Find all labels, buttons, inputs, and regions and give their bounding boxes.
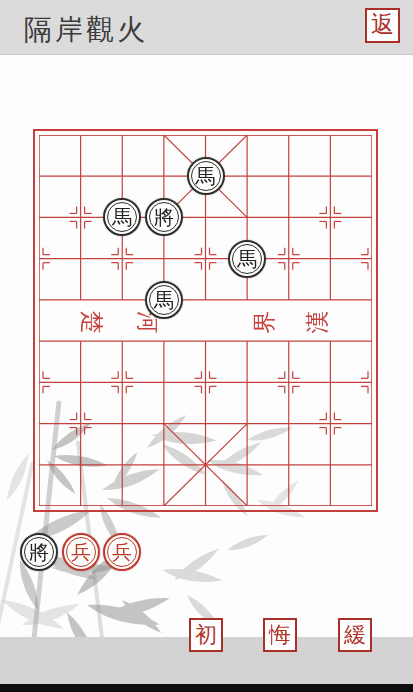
piece-label: 馬 — [196, 166, 216, 186]
board-piece-馬[interactable]: 馬 — [145, 281, 183, 319]
piece-label: 將 — [29, 542, 49, 562]
tray-piece-兵[interactable]: 兵 — [62, 533, 100, 571]
undo-button[interactable]: 悔 — [263, 618, 297, 652]
piece-label: 馬 — [112, 207, 132, 227]
board-piece-馬[interactable]: 馬 — [187, 157, 225, 195]
xiangqi-board[interactable]: 楚 河 界 漢 馬馬將馬馬 — [33, 129, 378, 512]
ease-button[interactable]: 緩 — [338, 618, 372, 652]
tray-piece-兵[interactable]: 兵 — [103, 533, 141, 571]
board-piece-馬[interactable]: 馬 — [228, 240, 266, 278]
bottom-black-bar — [0, 684, 413, 692]
back-button[interactable]: 返 — [365, 8, 400, 43]
piece-label: 馬 — [237, 249, 257, 269]
tray-piece-將[interactable]: 將 — [20, 533, 58, 571]
header: 隔岸觀火 返 — [0, 0, 413, 55]
page-title: 隔岸觀火 — [24, 11, 148, 49]
app-root: 楚 河 界 漢 馬馬將馬馬 隔岸觀火 返 初 悔 緩 將兵兵 — [0, 0, 413, 692]
piece-label: 將 — [154, 207, 174, 227]
piece-label: 馬 — [154, 290, 174, 310]
reset-button[interactable]: 初 — [189, 618, 223, 652]
piece-label: 兵 — [71, 542, 91, 562]
piece-label: 兵 — [112, 542, 132, 562]
